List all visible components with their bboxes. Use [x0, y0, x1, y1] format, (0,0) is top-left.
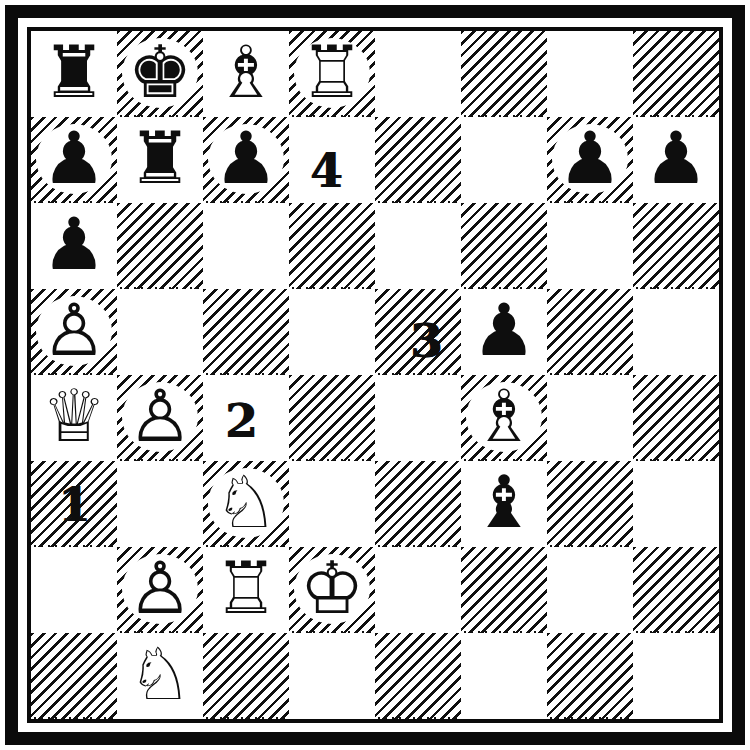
square-e3	[375, 461, 461, 547]
square-f4: ♗	[461, 375, 547, 461]
white-knight: ♘	[214, 466, 279, 538]
square-b1: ♘	[117, 633, 203, 719]
diagram-outer-frame: ♜♚♗♖♟♜♟4♟♟♟♙3♟♕♙2♗1♘♝♙♖♔♘	[5, 5, 745, 745]
square-e5: 3	[375, 289, 461, 375]
square-h2	[633, 547, 719, 633]
black-rook: ♜	[128, 122, 193, 194]
black-pawn: ♟	[214, 122, 279, 194]
black-rook: ♜	[42, 36, 107, 108]
square-c2: ♖	[203, 547, 289, 633]
square-d4	[289, 375, 375, 461]
square-h6	[633, 203, 719, 289]
square-a5: ♙	[31, 289, 117, 375]
square-d2: ♔	[289, 547, 375, 633]
black-pawn: ♟	[42, 122, 107, 194]
white-rook: ♖	[300, 36, 365, 108]
square-d1	[289, 633, 375, 719]
black-king: ♚	[128, 36, 193, 108]
white-bishop: ♗	[472, 380, 537, 452]
square-c8: ♗	[203, 31, 289, 117]
square-b5	[117, 289, 203, 375]
square-c1	[203, 633, 289, 719]
square-b4: ♙	[117, 375, 203, 461]
square-a7: ♟	[31, 117, 117, 203]
square-a6: ♟	[31, 203, 117, 289]
square-g1	[547, 633, 633, 719]
move-number-annotation: 4	[310, 147, 343, 194]
square-e1	[375, 633, 461, 719]
square-g7: ♟	[547, 117, 633, 203]
move-number-annotation: 1	[58, 481, 91, 528]
square-h7: ♟	[633, 117, 719, 203]
square-h3	[633, 461, 719, 547]
square-a8: ♜	[31, 31, 117, 117]
square-e2	[375, 547, 461, 633]
square-c5	[203, 289, 289, 375]
square-g2	[547, 547, 633, 633]
square-h8	[633, 31, 719, 117]
square-a4: ♕	[31, 375, 117, 461]
square-g3	[547, 461, 633, 547]
white-rook: ♖	[214, 552, 279, 624]
white-pawn: ♙	[128, 552, 193, 624]
square-b3	[117, 461, 203, 547]
square-g5	[547, 289, 633, 375]
square-h1	[633, 633, 719, 719]
square-f7	[461, 117, 547, 203]
square-d6	[289, 203, 375, 289]
square-h5	[633, 289, 719, 375]
square-f8	[461, 31, 547, 117]
square-g4	[547, 375, 633, 461]
square-a2	[31, 547, 117, 633]
white-queen: ♕	[42, 380, 107, 452]
black-pawn: ♟	[558, 122, 623, 194]
square-f5: ♟	[461, 289, 547, 375]
square-f6	[461, 203, 547, 289]
white-pawn: ♙	[128, 380, 193, 452]
square-h4	[633, 375, 719, 461]
square-c3: ♘	[203, 461, 289, 547]
square-c6	[203, 203, 289, 289]
square-e4	[375, 375, 461, 461]
square-e7	[375, 117, 461, 203]
square-a3: 1	[31, 461, 117, 547]
black-pawn: ♟	[42, 208, 107, 280]
square-g8	[547, 31, 633, 117]
square-f3: ♝	[461, 461, 547, 547]
square-d8: ♖	[289, 31, 375, 117]
square-a1	[31, 633, 117, 719]
black-pawn: ♟	[472, 294, 537, 366]
move-number-annotation: 3	[410, 317, 443, 364]
square-b6	[117, 203, 203, 289]
square-f2	[461, 547, 547, 633]
square-b7: ♜	[117, 117, 203, 203]
white-king: ♔	[300, 552, 365, 624]
square-b2: ♙	[117, 547, 203, 633]
white-knight: ♘	[128, 638, 193, 710]
square-e6	[375, 203, 461, 289]
square-f1	[461, 633, 547, 719]
black-pawn: ♟	[644, 122, 709, 194]
black-bishop: ♝	[472, 466, 537, 538]
white-bishop: ♗	[214, 36, 279, 108]
square-g6	[547, 203, 633, 289]
square-b8: ♚	[117, 31, 203, 117]
square-e8	[375, 31, 461, 117]
square-c4: 2	[203, 375, 289, 461]
square-d7: 4	[289, 117, 375, 203]
square-d5	[289, 289, 375, 375]
square-c7: ♟	[203, 117, 289, 203]
diagram-inner-frame: ♜♚♗♖♟♜♟4♟♟♟♙3♟♕♙2♗1♘♝♙♖♔♘	[27, 27, 723, 723]
move-number-annotation: 2	[225, 397, 258, 444]
square-d3	[289, 461, 375, 547]
chess-board: ♜♚♗♖♟♜♟4♟♟♟♙3♟♕♙2♗1♘♝♙♖♔♘	[31, 31, 719, 719]
white-pawn: ♙	[42, 294, 107, 366]
